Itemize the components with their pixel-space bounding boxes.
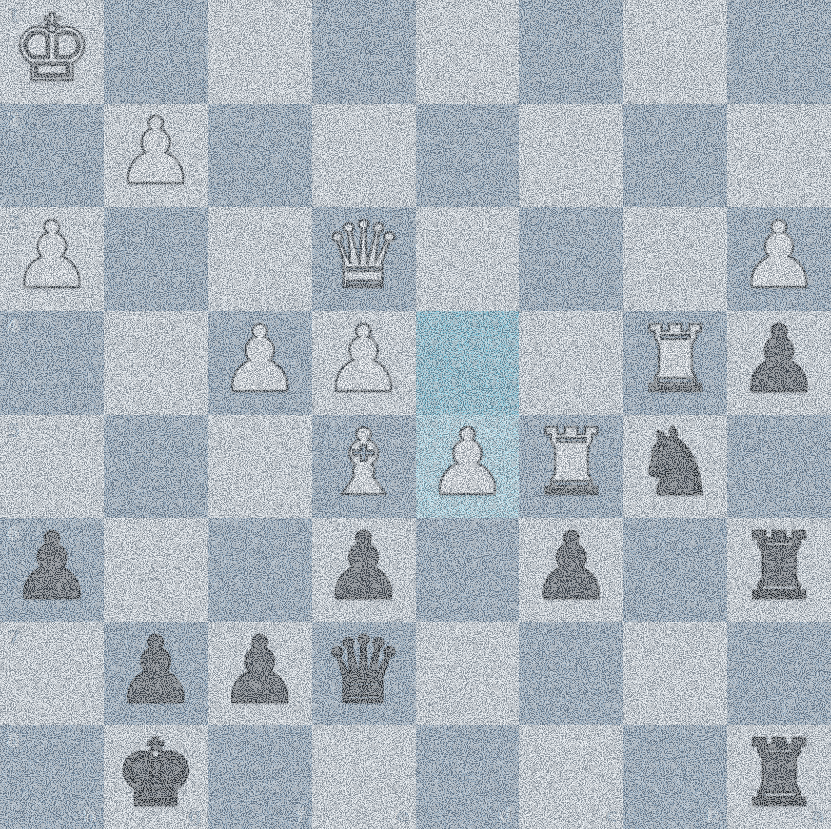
piece-black-rook[interactable]: ♜ [738,728,820,820]
chess-app: 1♚2♟3♟♛♟4♟♟♜♟5♝♟♜♞6♟♟♟♜7♟♟♛8hg♚fedcba♜ [0,0,831,829]
square-c6[interactable]: ♟ [519,518,623,622]
square-f6[interactable] [208,518,312,622]
square-g1[interactable] [104,0,208,104]
rank-label-2: 2 [6,107,20,131]
piece-black-rook[interactable]: ♜ [738,521,820,613]
piece-black-pawn[interactable]: ♟ [738,314,820,406]
square-e4[interactable]: ♟ [312,311,416,415]
square-d7[interactable] [416,622,520,726]
square-f5[interactable] [208,415,312,519]
square-f3[interactable] [208,207,312,311]
square-a2[interactable] [727,104,831,208]
square-d3[interactable] [416,207,520,311]
file-label-f: f [296,803,305,827]
square-g6[interactable] [104,518,208,622]
square-b2[interactable] [623,104,727,208]
square-h3[interactable]: 3♟ [0,207,104,311]
square-h8[interactable]: 8h [0,725,104,829]
piece-black-pawn[interactable]: ♟ [530,521,612,613]
piece-white-queen[interactable]: ♛ [322,210,404,302]
square-h6[interactable]: 6♟ [0,518,104,622]
file-label-d: d [498,803,512,827]
file-label-e: e [395,803,409,827]
square-b6[interactable] [623,518,727,622]
chess-board: 1♚2♟3♟♛♟4♟♟♜♟5♝♟♜♞6♟♟♟♜7♟♟♛8hg♚fedcba♜ [0,0,831,829]
file-label-c: c [604,803,616,827]
square-a5[interactable] [727,415,831,519]
file-label-h: h [83,803,97,827]
square-c4[interactable] [519,311,623,415]
square-h7[interactable]: 7 [0,622,104,726]
piece-white-rook[interactable]: ♜ [634,314,716,406]
piece-white-pawn[interactable]: ♟ [426,417,508,509]
square-g5[interactable] [104,415,208,519]
square-f8[interactable]: f [208,725,312,829]
square-e2[interactable] [312,104,416,208]
square-c2[interactable] [519,104,623,208]
piece-white-pawn[interactable]: ♟ [218,314,300,406]
piece-black-pawn[interactable]: ♟ [11,521,93,613]
square-g7[interactable]: ♟ [104,622,208,726]
piece-black-knight[interactable]: ♞ [634,417,716,509]
piece-white-bishop[interactable]: ♝ [322,417,404,509]
piece-white-pawn[interactable]: ♟ [115,106,197,198]
square-a8[interactable]: a♜ [727,725,831,829]
rank-label-8: 8 [6,728,20,752]
square-b8[interactable]: b [623,725,727,829]
square-e5[interactable]: ♝ [312,415,416,519]
rank-label-7: 7 [6,625,20,649]
square-a4[interactable]: ♟ [727,311,831,415]
square-f4[interactable]: ♟ [208,311,312,415]
square-e3[interactable]: ♛ [312,207,416,311]
piece-white-rook[interactable]: ♜ [530,417,612,509]
square-c5[interactable]: ♜ [519,415,623,519]
square-h5[interactable]: 5 [0,415,104,519]
square-e8[interactable]: e [312,725,416,829]
square-f2[interactable] [208,104,312,208]
piece-black-pawn[interactable]: ♟ [115,625,197,717]
square-g3[interactable] [104,207,208,311]
square-d6[interactable] [416,518,520,622]
square-c3[interactable] [519,207,623,311]
square-h1[interactable]: 1♚ [0,0,104,104]
square-a3[interactable]: ♟ [727,207,831,311]
square-a7[interactable] [727,622,831,726]
square-b3[interactable] [623,207,727,311]
file-label-b: b [706,803,720,827]
square-d8[interactable]: d [416,725,520,829]
square-d2[interactable] [416,104,520,208]
square-e7[interactable]: ♛ [312,622,416,726]
square-b1[interactable] [623,0,727,104]
square-g4[interactable] [104,311,208,415]
square-f7[interactable]: ♟ [208,622,312,726]
piece-white-king[interactable]: ♚ [11,3,93,95]
rank-label-4: 4 [6,314,20,338]
square-d1[interactable] [416,0,520,104]
square-c8[interactable]: c [519,725,623,829]
square-g8[interactable]: g♚ [104,725,208,829]
square-h2[interactable]: 2 [0,104,104,208]
square-d4[interactable] [416,311,520,415]
square-d5[interactable]: ♟ [416,415,520,519]
square-f1[interactable] [208,0,312,104]
piece-white-pawn[interactable]: ♟ [738,210,820,302]
rank-label-5: 5 [6,418,20,442]
square-a1[interactable] [727,0,831,104]
square-a6[interactable]: ♜ [727,518,831,622]
square-h4[interactable]: 4 [0,311,104,415]
square-b4[interactable]: ♜ [623,311,727,415]
square-c7[interactable] [519,622,623,726]
square-b5[interactable]: ♞ [623,415,727,519]
piece-white-pawn[interactable]: ♟ [322,314,404,406]
square-e1[interactable] [312,0,416,104]
piece-black-queen[interactable]: ♛ [322,625,404,717]
piece-black-king[interactable]: ♚ [115,728,197,820]
piece-black-pawn[interactable]: ♟ [218,625,300,717]
square-c1[interactable] [519,0,623,104]
piece-white-pawn[interactable]: ♟ [11,210,93,302]
square-b7[interactable] [623,622,727,726]
square-g2[interactable]: ♟ [104,104,208,208]
square-e6[interactable]: ♟ [312,518,416,622]
piece-black-pawn[interactable]: ♟ [322,521,404,613]
